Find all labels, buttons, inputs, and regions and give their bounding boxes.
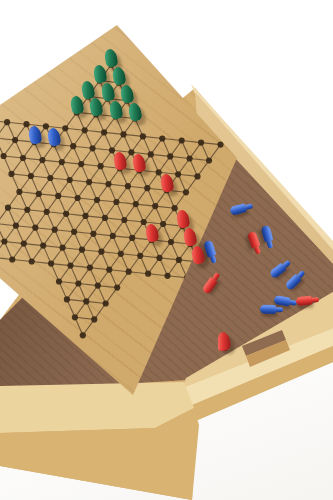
peg-neck bbox=[254, 246, 261, 254]
peg-neck bbox=[276, 307, 283, 312]
peg-neck bbox=[312, 297, 319, 303]
peg-neck bbox=[267, 241, 274, 249]
peg-neck bbox=[210, 256, 217, 264]
peg-body bbox=[260, 305, 276, 315]
peg-body bbox=[296, 296, 313, 306]
peg-neck bbox=[297, 270, 305, 278]
tray-peg-blue-7[interactable] bbox=[260, 305, 284, 315]
peg-neck bbox=[283, 260, 292, 268]
product-photo-scene bbox=[0, 0, 333, 500]
peg-neck bbox=[245, 203, 253, 210]
